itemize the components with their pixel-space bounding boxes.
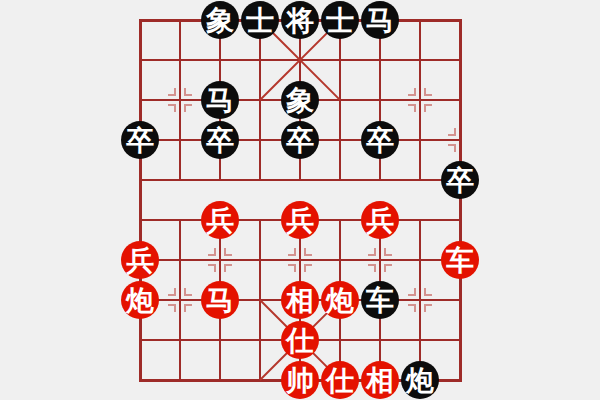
piece-red-elephant[interactable]: 相 — [281, 281, 319, 319]
piece-red-advisor[interactable]: 仕 — [281, 321, 319, 359]
point-marker — [168, 88, 176, 96]
piece-black-horse[interactable]: 马 — [201, 81, 239, 119]
point-marker — [408, 104, 416, 112]
piece-black-elephant[interactable]: 象 — [281, 81, 319, 119]
point-marker — [304, 248, 312, 256]
point-marker — [384, 264, 392, 272]
app-background: 象士将士马马象卒卒卒卒卒兵兵兵兵车炮马相炮车仕帅仕相炮 — [0, 0, 600, 400]
point-marker — [224, 264, 232, 272]
point-marker — [184, 88, 192, 96]
xiangqi-board[interactable]: 象士将士马马象卒卒卒卒卒兵兵兵兵车炮马相炮车仕帅仕相炮 — [140, 20, 460, 380]
point-marker — [368, 264, 376, 272]
point-marker — [448, 144, 456, 152]
point-marker — [208, 264, 216, 272]
point-marker — [408, 288, 416, 296]
board-grid-line — [179, 19, 181, 181]
piece-black-soldier[interactable]: 卒 — [441, 161, 479, 199]
board-grid-line — [419, 19, 421, 181]
point-marker — [184, 304, 192, 312]
piece-black-soldier[interactable]: 卒 — [121, 121, 159, 159]
point-marker — [408, 88, 416, 96]
point-marker — [288, 264, 296, 272]
piece-black-advisor[interactable]: 士 — [241, 1, 279, 39]
point-marker — [424, 104, 432, 112]
piece-black-cannon[interactable]: 炮 — [401, 361, 439, 399]
piece-red-soldier[interactable]: 兵 — [361, 201, 399, 239]
piece-red-elephant[interactable]: 相 — [361, 361, 399, 399]
piece-red-cannon[interactable]: 炮 — [321, 281, 359, 319]
point-marker — [448, 128, 456, 136]
piece-red-advisor[interactable]: 仕 — [321, 361, 359, 399]
point-marker — [184, 288, 192, 296]
point-marker — [304, 264, 312, 272]
piece-red-cannon[interactable]: 炮 — [121, 281, 159, 319]
point-marker — [384, 248, 392, 256]
piece-black-general[interactable]: 将 — [281, 1, 319, 39]
point-marker — [424, 88, 432, 96]
piece-black-elephant[interactable]: 象 — [201, 1, 239, 39]
board-grid-line — [459, 19, 462, 382]
piece-black-horse[interactable]: 马 — [361, 1, 399, 39]
point-marker — [184, 104, 192, 112]
piece-red-chariot[interactable]: 车 — [441, 241, 479, 279]
point-marker — [168, 104, 176, 112]
piece-red-soldier[interactable]: 兵 — [121, 241, 159, 279]
board-grid-line — [419, 219, 421, 381]
piece-red-soldier[interactable]: 兵 — [201, 201, 239, 239]
piece-red-general[interactable]: 帅 — [281, 361, 319, 399]
piece-black-chariot[interactable]: 车 — [361, 281, 399, 319]
board-grid-line — [139, 19, 142, 382]
board-grid-line — [179, 219, 181, 381]
point-marker — [368, 248, 376, 256]
point-marker — [168, 304, 176, 312]
point-marker — [208, 248, 216, 256]
point-marker — [424, 288, 432, 296]
piece-red-soldier[interactable]: 兵 — [281, 201, 319, 239]
point-marker — [168, 288, 176, 296]
point-marker — [224, 248, 232, 256]
piece-black-advisor[interactable]: 士 — [321, 1, 359, 39]
point-marker — [288, 248, 296, 256]
piece-black-soldier[interactable]: 卒 — [201, 121, 239, 159]
point-marker — [424, 304, 432, 312]
piece-black-soldier[interactable]: 卒 — [281, 121, 319, 159]
piece-black-soldier[interactable]: 卒 — [361, 121, 399, 159]
piece-red-horse[interactable]: 马 — [201, 281, 239, 319]
point-marker — [408, 304, 416, 312]
